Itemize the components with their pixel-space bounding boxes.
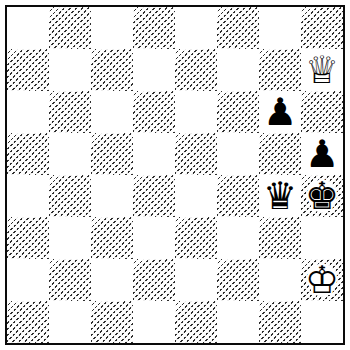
square-f8[interactable] — [217, 7, 259, 49]
square-d5[interactable] — [133, 133, 175, 175]
square-c6[interactable] — [91, 91, 133, 133]
square-d8[interactable] — [133, 7, 175, 49]
square-e6[interactable] — [175, 91, 217, 133]
square-h5[interactable]: ♟ — [301, 133, 343, 175]
square-c8[interactable] — [91, 7, 133, 49]
square-a6[interactable] — [7, 91, 49, 133]
square-g6[interactable]: ♟ — [259, 91, 301, 133]
square-g7[interactable] — [259, 49, 301, 91]
square-d7[interactable] — [133, 49, 175, 91]
square-c1[interactable] — [91, 301, 133, 343]
square-g2[interactable] — [259, 259, 301, 301]
square-c4[interactable] — [91, 175, 133, 217]
square-f6[interactable] — [217, 91, 259, 133]
black-queen-g4-piece[interactable]: ♛ — [259, 175, 301, 217]
square-b3[interactable] — [49, 217, 91, 259]
square-d4[interactable] — [133, 175, 175, 217]
square-a4[interactable] — [7, 175, 49, 217]
square-f7[interactable] — [217, 49, 259, 91]
square-h4[interactable]: ♚ — [301, 175, 343, 217]
square-a3[interactable] — [7, 217, 49, 259]
square-c5[interactable] — [91, 133, 133, 175]
square-h6[interactable] — [301, 91, 343, 133]
square-d2[interactable] — [133, 259, 175, 301]
square-a2[interactable] — [7, 259, 49, 301]
page: { "game": "chess", "position": { "fen": … — [0, 0, 350, 350]
square-a1[interactable] — [7, 301, 49, 343]
square-b8[interactable] — [49, 7, 91, 49]
square-g3[interactable] — [259, 217, 301, 259]
white-king-h2-piece[interactable]: ♔ — [301, 259, 343, 301]
white-queen-h7-piece[interactable]: ♕ — [301, 49, 343, 91]
square-f2[interactable] — [217, 259, 259, 301]
square-d3[interactable] — [133, 217, 175, 259]
black-pawn-h5-piece[interactable]: ♟ — [301, 133, 343, 175]
square-g1[interactable] — [259, 301, 301, 343]
square-e3[interactable] — [175, 217, 217, 259]
square-b5[interactable] — [49, 133, 91, 175]
square-e1[interactable] — [175, 301, 217, 343]
square-b6[interactable] — [49, 91, 91, 133]
square-h3[interactable] — [301, 217, 343, 259]
square-a5[interactable] — [7, 133, 49, 175]
square-b7[interactable] — [49, 49, 91, 91]
square-c7[interactable] — [91, 49, 133, 91]
square-d1[interactable] — [133, 301, 175, 343]
square-f5[interactable] — [217, 133, 259, 175]
square-h7[interactable]: ♕ — [301, 49, 343, 91]
square-e5[interactable] — [175, 133, 217, 175]
square-f1[interactable] — [217, 301, 259, 343]
chessboard: ♕♟♟♛♚♔ — [5, 5, 345, 345]
square-e7[interactable] — [175, 49, 217, 91]
square-e2[interactable] — [175, 259, 217, 301]
square-g8[interactable] — [259, 7, 301, 49]
square-b2[interactable] — [49, 259, 91, 301]
square-h1[interactable] — [301, 301, 343, 343]
square-f4[interactable] — [217, 175, 259, 217]
square-h2[interactable]: ♔ — [301, 259, 343, 301]
square-d6[interactable] — [133, 91, 175, 133]
black-pawn-g6-piece[interactable]: ♟ — [259, 91, 301, 133]
black-king-h4-piece[interactable]: ♚ — [301, 175, 343, 217]
square-c3[interactable] — [91, 217, 133, 259]
square-a7[interactable] — [7, 49, 49, 91]
square-f3[interactable] — [217, 217, 259, 259]
square-h8[interactable] — [301, 7, 343, 49]
square-g5[interactable] — [259, 133, 301, 175]
square-e4[interactable] — [175, 175, 217, 217]
square-b4[interactable] — [49, 175, 91, 217]
square-a8[interactable] — [7, 7, 49, 49]
square-e8[interactable] — [175, 7, 217, 49]
square-c2[interactable] — [91, 259, 133, 301]
square-g4[interactable]: ♛ — [259, 175, 301, 217]
square-b1[interactable] — [49, 301, 91, 343]
